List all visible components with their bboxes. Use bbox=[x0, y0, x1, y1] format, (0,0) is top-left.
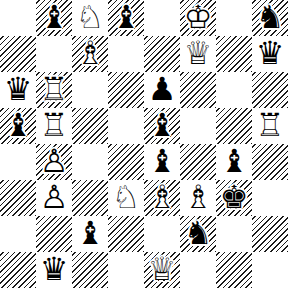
square-e5[interactable]: ♝♝ bbox=[144, 108, 180, 144]
white-knight-icon: ♞♘ bbox=[72, 0, 108, 36]
square-d4[interactable] bbox=[108, 144, 144, 180]
square-h1[interactable] bbox=[252, 252, 288, 288]
black-knight-icon: ♞♞ bbox=[252, 0, 288, 36]
square-f4[interactable] bbox=[180, 144, 216, 180]
black-bishop-icon: ♝♝ bbox=[144, 144, 180, 180]
square-b4[interactable]: ♟♙ bbox=[36, 144, 72, 180]
square-h4[interactable] bbox=[252, 144, 288, 180]
piece-glyph: ♘ bbox=[112, 181, 141, 213]
square-f3[interactable]: ♝♗ bbox=[180, 180, 216, 216]
square-h5[interactable]: ♜♖ bbox=[252, 108, 288, 144]
square-g5[interactable] bbox=[216, 108, 252, 144]
square-b6[interactable]: ♜♖ bbox=[36, 72, 72, 108]
square-f5[interactable] bbox=[180, 108, 216, 144]
black-bishop-icon: ♝♝ bbox=[0, 108, 36, 144]
square-c5[interactable] bbox=[72, 108, 108, 144]
piece-glyph: ♝ bbox=[4, 109, 33, 141]
square-c3[interactable] bbox=[72, 180, 108, 216]
square-g4[interactable]: ♝♝ bbox=[216, 144, 252, 180]
square-f7[interactable]: ♛♕ bbox=[180, 36, 216, 72]
white-bishop-icon: ♝♗ bbox=[180, 180, 216, 216]
piece-glyph: ♝ bbox=[112, 1, 141, 33]
square-f6[interactable] bbox=[180, 72, 216, 108]
piece-glyph: ♙ bbox=[40, 145, 69, 177]
piece-glyph: ♛ bbox=[256, 37, 285, 69]
piece-glyph: ♛ bbox=[4, 73, 33, 105]
piece-glyph: ♕ bbox=[148, 253, 177, 285]
square-e6[interactable]: ♟♟ bbox=[144, 72, 180, 108]
square-e1[interactable]: ♛♕ bbox=[144, 252, 180, 288]
square-g7[interactable] bbox=[216, 36, 252, 72]
square-c2[interactable]: ♝♝ bbox=[72, 216, 108, 252]
white-pawn-icon: ♟♙ bbox=[36, 180, 72, 216]
square-b2[interactable] bbox=[36, 216, 72, 252]
square-a8[interactable] bbox=[0, 0, 36, 36]
piece-glyph: ♝ bbox=[76, 217, 105, 249]
square-d3[interactable]: ♞♘ bbox=[108, 180, 144, 216]
square-a6[interactable]: ♛♛ bbox=[0, 72, 36, 108]
square-h7[interactable]: ♛♛ bbox=[252, 36, 288, 72]
piece-glyph: ♗ bbox=[184, 181, 213, 213]
white-queen-icon: ♛♕ bbox=[180, 36, 216, 72]
white-knight-icon: ♞♘ bbox=[108, 180, 144, 216]
square-a4[interactable] bbox=[0, 144, 36, 180]
square-f8[interactable]: ♚♔ bbox=[180, 0, 216, 36]
square-d6[interactable] bbox=[108, 72, 144, 108]
piece-glyph: ♖ bbox=[40, 73, 69, 105]
piece-glyph: ♔ bbox=[184, 1, 213, 33]
black-bishop-icon: ♝♝ bbox=[216, 144, 252, 180]
piece-glyph: ♝ bbox=[148, 109, 177, 141]
square-h8[interactable]: ♞♞ bbox=[252, 0, 288, 36]
square-c6[interactable] bbox=[72, 72, 108, 108]
white-pawn-icon: ♟♙ bbox=[36, 144, 72, 180]
square-e4[interactable]: ♝♝ bbox=[144, 144, 180, 180]
square-f1[interactable] bbox=[180, 252, 216, 288]
square-e8[interactable] bbox=[144, 0, 180, 36]
square-d2[interactable] bbox=[108, 216, 144, 252]
square-a7[interactable] bbox=[0, 36, 36, 72]
piece-glyph: ♞ bbox=[184, 217, 213, 249]
square-c4[interactable] bbox=[72, 144, 108, 180]
piece-glyph: ♕ bbox=[184, 37, 213, 69]
square-h2[interactable] bbox=[252, 216, 288, 252]
square-d1[interactable] bbox=[108, 252, 144, 288]
piece-glyph: ♘ bbox=[76, 1, 105, 33]
piece-glyph: ♝ bbox=[40, 1, 69, 33]
square-a1[interactable] bbox=[0, 252, 36, 288]
piece-glyph: ♗ bbox=[76, 37, 105, 69]
piece-glyph: ♚ bbox=[220, 181, 249, 213]
piece-glyph: ♝ bbox=[220, 145, 249, 177]
square-c1[interactable] bbox=[72, 252, 108, 288]
black-bishop-icon: ♝♝ bbox=[144, 108, 180, 144]
black-bishop-icon: ♝♝ bbox=[108, 0, 144, 36]
square-d7[interactable] bbox=[108, 36, 144, 72]
square-b8[interactable]: ♝♝ bbox=[36, 0, 72, 36]
black-bishop-icon: ♝♝ bbox=[36, 0, 72, 36]
square-c7[interactable]: ♝♗ bbox=[72, 36, 108, 72]
piece-glyph: ♛ bbox=[40, 253, 69, 285]
white-rook-icon: ♜♖ bbox=[36, 108, 72, 144]
chess-board: ♝♝♞♘♝♝♚♔♞♞♝♗♛♕♛♛♛♛♜♖♟♟♝♝♜♖♝♝♜♖♟♙♝♝♝♝♟♙♞♘… bbox=[0, 0, 288, 288]
square-g6[interactable] bbox=[216, 72, 252, 108]
piece-glyph: ♝ bbox=[148, 145, 177, 177]
square-a5[interactable]: ♝♝ bbox=[0, 108, 36, 144]
black-king-icon: ♚♚ bbox=[216, 180, 252, 216]
white-bishop-icon: ♝♗ bbox=[144, 180, 180, 216]
piece-glyph: ♖ bbox=[40, 109, 69, 141]
square-b3[interactable]: ♟♙ bbox=[36, 180, 72, 216]
black-bishop-icon: ♝♝ bbox=[72, 216, 108, 252]
black-queen-icon: ♛♛ bbox=[252, 36, 288, 72]
square-d8[interactable]: ♝♝ bbox=[108, 0, 144, 36]
white-king-icon: ♚♔ bbox=[180, 0, 216, 36]
square-b1[interactable]: ♛♛ bbox=[36, 252, 72, 288]
piece-glyph: ♟ bbox=[148, 73, 177, 105]
square-a3[interactable] bbox=[0, 180, 36, 216]
square-g2[interactable] bbox=[216, 216, 252, 252]
white-rook-icon: ♜♖ bbox=[252, 108, 288, 144]
square-g1[interactable] bbox=[216, 252, 252, 288]
black-queen-icon: ♛♛ bbox=[0, 72, 36, 108]
white-bishop-icon: ♝♗ bbox=[72, 36, 108, 72]
piece-glyph: ♖ bbox=[256, 109, 285, 141]
square-f2[interactable]: ♞♞ bbox=[180, 216, 216, 252]
piece-glyph: ♙ bbox=[40, 181, 69, 213]
square-a2[interactable] bbox=[0, 216, 36, 252]
white-rook-icon: ♜♖ bbox=[36, 72, 72, 108]
square-e7[interactable] bbox=[144, 36, 180, 72]
black-queen-icon: ♛♛ bbox=[36, 252, 72, 288]
black-pawn-icon: ♟♟ bbox=[144, 72, 180, 108]
square-g3[interactable]: ♚♚ bbox=[216, 180, 252, 216]
square-e2[interactable] bbox=[144, 216, 180, 252]
white-queen-icon: ♛♕ bbox=[144, 252, 180, 288]
square-b7[interactable] bbox=[36, 36, 72, 72]
piece-glyph: ♗ bbox=[148, 181, 177, 213]
square-d5[interactable] bbox=[108, 108, 144, 144]
square-h3[interactable] bbox=[252, 180, 288, 216]
piece-glyph: ♞ bbox=[256, 1, 285, 33]
square-c8[interactable]: ♞♘ bbox=[72, 0, 108, 36]
square-e3[interactable]: ♝♗ bbox=[144, 180, 180, 216]
square-g8[interactable] bbox=[216, 0, 252, 36]
square-b5[interactable]: ♜♖ bbox=[36, 108, 72, 144]
square-h6[interactable] bbox=[252, 72, 288, 108]
black-knight-icon: ♞♞ bbox=[180, 216, 216, 252]
